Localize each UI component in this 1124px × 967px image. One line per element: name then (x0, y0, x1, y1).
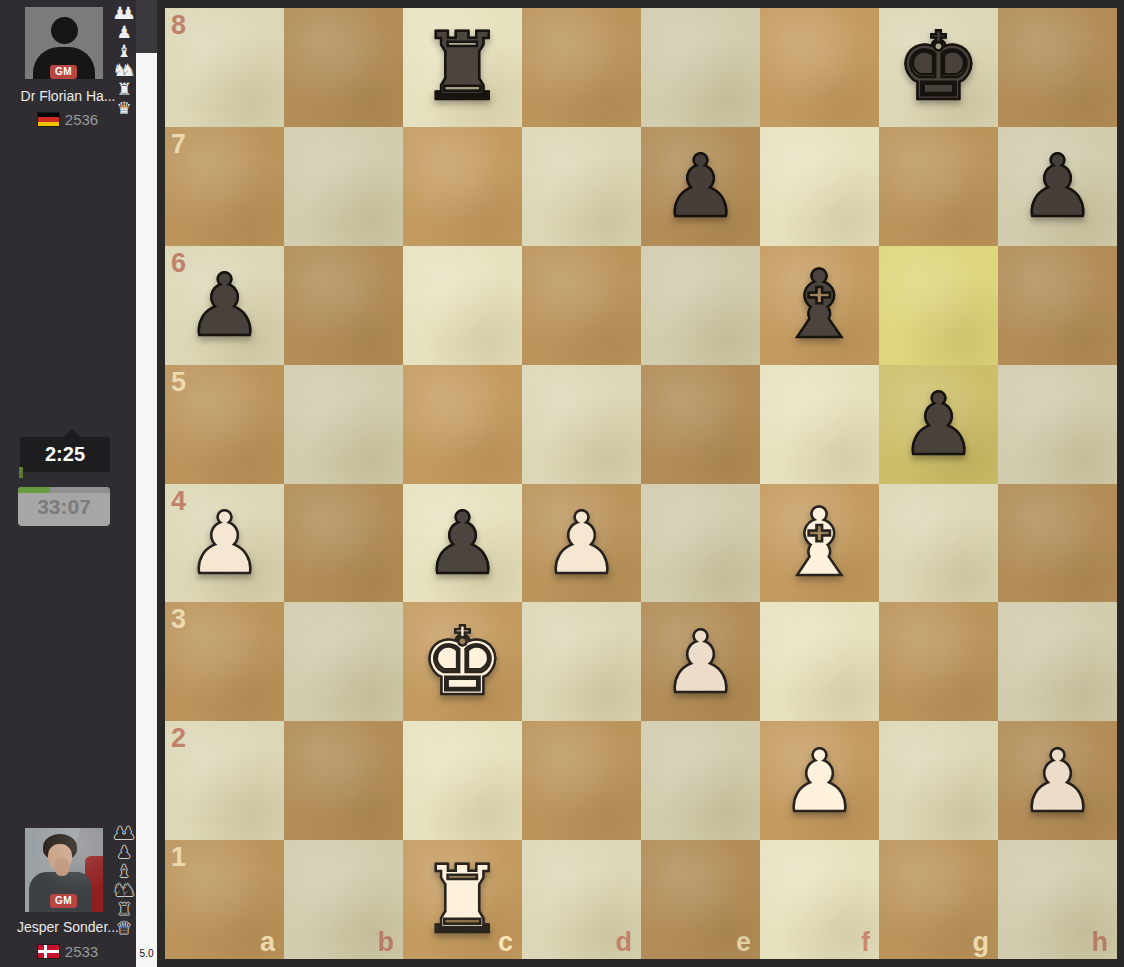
piece-black-pawn[interactable]: ♟ (1019, 143, 1096, 229)
reserve-timer-time: 33:07 (18, 495, 110, 519)
active-clock-tooltip: 2:25 (20, 437, 110, 472)
square-h1[interactable]: h (998, 840, 1117, 959)
timer-progress-track (18, 487, 110, 493)
square-f3[interactable] (760, 602, 879, 721)
timer-progress-fill (18, 487, 50, 493)
rank-label-7: 7 (171, 129, 186, 160)
piece-black-pawn[interactable]: ♟ (186, 262, 263, 348)
file-label-h: h (1092, 927, 1109, 958)
square-d5[interactable] (522, 365, 641, 484)
square-d3[interactable] (522, 602, 641, 721)
square-c7[interactable] (403, 127, 522, 246)
square-b1[interactable]: b (284, 840, 403, 959)
square-c6[interactable] (403, 246, 522, 365)
piece-white-pawn[interactable]: ♟ (781, 738, 858, 824)
square-e8[interactable] (641, 8, 760, 127)
bottom-player-rating: 2533 (65, 943, 98, 960)
active-clock-time: 2:25 (45, 443, 85, 466)
square-c2[interactable] (403, 721, 522, 840)
file-label-f: f (861, 927, 870, 958)
piece-white-pawn[interactable]: ♟ (1019, 738, 1096, 824)
file-label-g: g (973, 927, 990, 958)
square-e5[interactable] (641, 365, 760, 484)
square-d1[interactable]: d (522, 840, 641, 959)
rank-label-1: 1 (171, 842, 186, 873)
top-player-captured-tray: ♟♟♟♝♞♞♜♛ (110, 5, 138, 119)
square-f7[interactable] (760, 127, 879, 246)
square-b3[interactable] (284, 602, 403, 721)
square-d4[interactable]: ♟ (522, 484, 641, 603)
square-b6[interactable] (284, 246, 403, 365)
square-c8[interactable]: ♜ (403, 8, 522, 127)
square-b2[interactable] (284, 721, 403, 840)
square-h5[interactable] (998, 365, 1117, 484)
square-h8[interactable] (998, 8, 1117, 127)
file-label-a: a (260, 927, 275, 958)
piece-black-bishop[interactable]: ♝ (777, 258, 861, 352)
square-e7[interactable]: ♟ (641, 127, 760, 246)
evaluation-bar: 5.0 (136, 0, 157, 967)
square-g8[interactable]: ♚ (879, 8, 998, 127)
square-d2[interactable] (522, 721, 641, 840)
square-c1[interactable]: c♜ (403, 840, 522, 959)
piece-black-rook[interactable]: ♜ (420, 20, 504, 114)
top-player-title-badge: GM (50, 65, 77, 79)
top-player-rating: 2536 (65, 111, 98, 128)
clock-green-tick (19, 467, 23, 478)
square-e3[interactable]: ♟ (641, 602, 760, 721)
square-b5[interactable] (284, 365, 403, 484)
piece-white-rook[interactable]: ♜ (420, 853, 504, 947)
square-a4[interactable]: 4♟ (165, 484, 284, 603)
rank-label-4: 4 (171, 486, 186, 517)
piece-white-pawn[interactable]: ♟ (186, 500, 263, 586)
square-d8[interactable] (522, 8, 641, 127)
rank-label-2: 2 (171, 723, 186, 754)
file-label-e: e (736, 927, 751, 958)
square-e4[interactable] (641, 484, 760, 603)
chess-board[interactable]: 8♜♚7♟♟6♟♝5♟4♟♟♟♝3♚♟2♟♟1abc♜defgh (165, 8, 1117, 959)
file-label-b: b (378, 927, 395, 958)
square-h4[interactable] (998, 484, 1117, 603)
evaluation-bar-black-section (136, 0, 157, 53)
board-frame: 8♜♚7♟♟6♟♝5♟4♟♟♟♝3♚♟2♟♟1abc♜defgh (157, 0, 1124, 967)
square-b4[interactable] (284, 484, 403, 603)
piece-white-pawn[interactable]: ♟ (543, 500, 620, 586)
square-h7[interactable]: ♟ (998, 127, 1117, 246)
square-f4[interactable]: ♝ (760, 484, 879, 603)
piece-white-king[interactable]: ♚ (420, 615, 504, 709)
square-f6[interactable]: ♝ (760, 246, 879, 365)
square-c5[interactable] (403, 365, 522, 484)
square-c4[interactable]: ♟ (403, 484, 522, 603)
captured-queen-icon: ♛ (116, 100, 131, 119)
square-a3[interactable]: 3 (165, 602, 284, 721)
square-a2[interactable]: 2 (165, 721, 284, 840)
square-b8[interactable] (284, 8, 403, 127)
piece-white-pawn[interactable]: ♟ (662, 619, 739, 705)
square-g4[interactable] (879, 484, 998, 603)
square-g7[interactable] (879, 127, 998, 246)
left-sidebar: GM Dr Florian Ha... 2536 ♟♟♟♝♞♞♜♛ 2:25 3… (0, 0, 136, 967)
square-e1[interactable]: e (641, 840, 760, 959)
denmark-flag-icon (38, 945, 59, 958)
square-d7[interactable] (522, 127, 641, 246)
rank-label-3: 3 (171, 604, 186, 635)
rank-label-8: 8 (171, 10, 186, 41)
square-h2[interactable]: ♟ (998, 721, 1117, 840)
rank-label-5: 5 (171, 367, 186, 398)
bottom-player-captured-tray: ♟♟♟♝♞♞♜♛ (110, 825, 138, 939)
square-f1[interactable]: f (760, 840, 879, 959)
piece-black-pawn[interactable]: ♟ (424, 500, 501, 586)
bottom-player-title-badge: GM (50, 894, 77, 908)
square-c3[interactable]: ♚ (403, 602, 522, 721)
avatar-silhouette-head (51, 17, 78, 44)
piece-black-king[interactable]: ♚ (896, 20, 980, 114)
square-a6[interactable]: 6♟ (165, 246, 284, 365)
file-label-d: d (616, 927, 633, 958)
reserve-timer-box: 33:07 (18, 487, 110, 526)
square-a5[interactable]: 5 (165, 365, 284, 484)
piece-white-bishop[interactable]: ♝ (777, 496, 861, 590)
germany-flag-icon (38, 113, 59, 126)
rank-label-6: 6 (171, 248, 186, 279)
square-f2[interactable]: ♟ (760, 721, 879, 840)
square-b7[interactable] (284, 127, 403, 246)
square-e6[interactable] (641, 246, 760, 365)
bottom-player-rating-row: 2533 (0, 943, 136, 960)
square-d6[interactable] (522, 246, 641, 365)
square-h6[interactable] (998, 246, 1117, 365)
piece-black-pawn[interactable]: ♟ (662, 143, 739, 229)
square-g1[interactable]: g (879, 840, 998, 959)
square-a1[interactable]: 1a (165, 840, 284, 959)
square-g5[interactable]: ♟ (879, 365, 998, 484)
square-f8[interactable] (760, 8, 879, 127)
evaluation-value: 5.0 (136, 948, 157, 959)
square-g6[interactable] (879, 246, 998, 365)
square-a7[interactable]: 7 (165, 127, 284, 246)
square-h3[interactable] (998, 602, 1117, 721)
captured-queen-icon: ♛ (116, 920, 131, 939)
square-a8[interactable]: 8 (165, 8, 284, 127)
square-g2[interactable] (879, 721, 998, 840)
square-g3[interactable] (879, 602, 998, 721)
square-f5[interactable] (760, 365, 879, 484)
square-e2[interactable] (641, 721, 760, 840)
piece-black-pawn[interactable]: ♟ (900, 381, 977, 467)
